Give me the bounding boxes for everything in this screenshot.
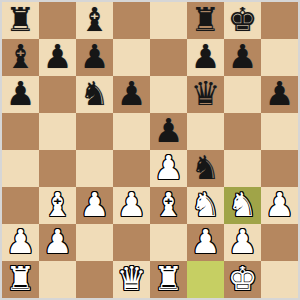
white-pawn[interactable]: ♟ — [43, 224, 73, 260]
white-king[interactable]: ♚ — [228, 261, 258, 297]
square-a7[interactable]: ♝ — [2, 39, 39, 76]
square-b6[interactable] — [39, 76, 76, 113]
square-d7[interactable] — [113, 39, 150, 76]
square-f3[interactable]: ♞ — [187, 187, 224, 224]
black-knight[interactable]: ♞ — [191, 150, 221, 186]
black-pawn[interactable]: ♟ — [228, 39, 258, 75]
square-a2[interactable]: ♟ — [2, 224, 39, 261]
square-d2[interactable] — [113, 224, 150, 261]
square-c1[interactable] — [76, 261, 113, 298]
square-h5[interactable] — [261, 113, 298, 150]
square-b4[interactable] — [39, 150, 76, 187]
square-b8[interactable] — [39, 2, 76, 39]
square-f4[interactable]: ♞ — [187, 150, 224, 187]
square-b2[interactable]: ♟ — [39, 224, 76, 261]
black-pawn[interactable]: ♟ — [154, 113, 184, 149]
square-d6[interactable]: ♟ — [113, 76, 150, 113]
square-b7[interactable]: ♟ — [39, 39, 76, 76]
square-e5[interactable]: ♟ — [150, 113, 187, 150]
square-h1[interactable] — [261, 261, 298, 298]
black-queen[interactable]: ♛ — [191, 76, 221, 112]
white-knight[interactable]: ♞ — [228, 187, 258, 223]
square-e1[interactable]: ♜ — [150, 261, 187, 298]
square-e3[interactable]: ♝ — [150, 187, 187, 224]
square-c6[interactable]: ♞ — [76, 76, 113, 113]
square-e2[interactable] — [150, 224, 187, 261]
square-e8[interactable] — [150, 2, 187, 39]
square-b3[interactable]: ♝ — [39, 187, 76, 224]
white-pawn[interactable]: ♟ — [228, 224, 258, 260]
white-pawn[interactable]: ♟ — [191, 224, 221, 260]
black-pawn[interactable]: ♟ — [117, 76, 147, 112]
square-a4[interactable] — [2, 150, 39, 187]
square-g6[interactable] — [224, 76, 261, 113]
white-knight[interactable]: ♞ — [191, 187, 221, 223]
white-rook[interactable]: ♜ — [154, 261, 184, 297]
square-f6[interactable]: ♛ — [187, 76, 224, 113]
square-h4[interactable] — [261, 150, 298, 187]
square-f7[interactable]: ♟ — [187, 39, 224, 76]
square-e6[interactable] — [150, 76, 187, 113]
square-d3[interactable]: ♟ — [113, 187, 150, 224]
square-b1[interactable] — [39, 261, 76, 298]
white-bishop[interactable]: ♝ — [154, 187, 184, 223]
square-h7[interactable] — [261, 39, 298, 76]
white-pawn[interactable]: ♟ — [154, 150, 184, 186]
square-h3[interactable]: ♟ — [261, 187, 298, 224]
black-bishop[interactable]: ♝ — [80, 2, 110, 38]
square-g4[interactable] — [224, 150, 261, 187]
square-h6[interactable]: ♟ — [261, 76, 298, 113]
square-f2[interactable]: ♟ — [187, 224, 224, 261]
square-g7[interactable]: ♟ — [224, 39, 261, 76]
board-frame: ♜♝♜♚♝♟♟♟♟♟♞♟♛♟♟♟♞♝♟♟♝♞♞♟♟♟♟♟♜♛♜♚ — [0, 0, 300, 300]
square-e7[interactable] — [150, 39, 187, 76]
white-pawn[interactable]: ♟ — [117, 187, 147, 223]
square-c7[interactable]: ♟ — [76, 39, 113, 76]
black-bishop[interactable]: ♝ — [6, 39, 36, 75]
square-g1[interactable]: ♚ — [224, 261, 261, 298]
white-pawn[interactable]: ♟ — [80, 187, 110, 223]
square-c3[interactable]: ♟ — [76, 187, 113, 224]
white-pawn[interactable]: ♟ — [265, 187, 295, 223]
square-f1[interactable] — [187, 261, 224, 298]
square-g5[interactable] — [224, 113, 261, 150]
square-d4[interactable] — [113, 150, 150, 187]
black-pawn[interactable]: ♟ — [80, 39, 110, 75]
square-g2[interactable]: ♟ — [224, 224, 261, 261]
black-pawn[interactable]: ♟ — [191, 39, 221, 75]
white-rook[interactable]: ♜ — [6, 261, 36, 297]
square-h2[interactable] — [261, 224, 298, 261]
black-pawn[interactable]: ♟ — [6, 76, 36, 112]
white-bishop[interactable]: ♝ — [43, 187, 73, 223]
black-king[interactable]: ♚ — [228, 2, 258, 38]
square-f5[interactable] — [187, 113, 224, 150]
square-d5[interactable] — [113, 113, 150, 150]
square-d1[interactable]: ♛ — [113, 261, 150, 298]
chess-board: ♜♝♜♚♝♟♟♟♟♟♞♟♛♟♟♟♞♝♟♟♝♞♞♟♟♟♟♟♜♛♜♚ — [2, 2, 298, 298]
black-pawn[interactable]: ♟ — [265, 76, 295, 112]
square-g8[interactable]: ♚ — [224, 2, 261, 39]
square-c2[interactable] — [76, 224, 113, 261]
square-c5[interactable] — [76, 113, 113, 150]
square-d8[interactable] — [113, 2, 150, 39]
black-rook[interactable]: ♜ — [6, 2, 36, 38]
square-b5[interactable] — [39, 113, 76, 150]
square-g3[interactable]: ♞ — [224, 187, 261, 224]
square-e4[interactable]: ♟ — [150, 150, 187, 187]
square-a3[interactable] — [2, 187, 39, 224]
square-c4[interactable] — [76, 150, 113, 187]
white-pawn[interactable]: ♟ — [6, 224, 36, 260]
square-h8[interactable] — [261, 2, 298, 39]
black-pawn[interactable]: ♟ — [43, 39, 73, 75]
square-a6[interactable]: ♟ — [2, 76, 39, 113]
square-c8[interactable]: ♝ — [76, 2, 113, 39]
black-knight[interactable]: ♞ — [80, 76, 110, 112]
white-queen[interactable]: ♛ — [117, 261, 147, 297]
square-f8[interactable]: ♜ — [187, 2, 224, 39]
square-a8[interactable]: ♜ — [2, 2, 39, 39]
black-rook[interactable]: ♜ — [191, 2, 221, 38]
square-a1[interactable]: ♜ — [2, 261, 39, 298]
square-a5[interactable] — [2, 113, 39, 150]
